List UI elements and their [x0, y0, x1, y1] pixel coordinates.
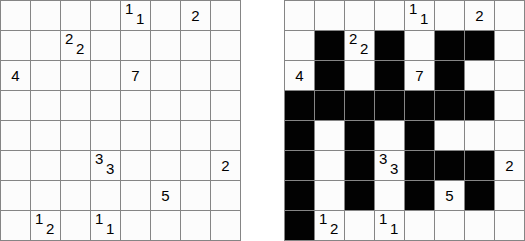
clue-value: 2 [495, 151, 524, 180]
clue-cell: 2 [181, 1, 210, 30]
filled-cell[interactable] [345, 151, 374, 180]
empty-cell[interactable] [1, 121, 30, 150]
empty-cell[interactable] [121, 121, 150, 150]
clue-cell: 11 [375, 211, 404, 240]
empty-cell[interactable] [435, 121, 464, 150]
filled-cell[interactable] [285, 151, 314, 180]
empty-cell[interactable] [211, 1, 240, 30]
empty-cell[interactable] [211, 121, 240, 150]
filled-cell[interactable] [435, 151, 464, 180]
empty-cell[interactable] [31, 1, 60, 30]
empty-cell[interactable] [151, 1, 180, 30]
filled-cell[interactable] [345, 181, 374, 210]
empty-cell[interactable] [495, 211, 524, 240]
clue-cell: 2 [465, 1, 494, 30]
filled-cell[interactable] [375, 61, 404, 90]
clue-value: 1 [319, 213, 327, 224]
empty-cell[interactable] [285, 31, 314, 60]
clue-value: 3 [95, 153, 103, 164]
clue-value: 3 [106, 163, 114, 174]
empty-cell[interactable] [1, 211, 30, 240]
clue-value: 1 [390, 223, 398, 234]
empty-cell[interactable] [61, 91, 90, 120]
empty-cell[interactable] [435, 211, 464, 240]
empty-cell[interactable] [181, 61, 210, 90]
clue-cell: 22 [61, 31, 90, 60]
empty-cell[interactable] [495, 1, 524, 30]
clue-cell: 12 [315, 211, 344, 240]
empty-cell[interactable] [151, 211, 180, 240]
clue-value: 5 [151, 181, 180, 210]
filled-cell[interactable] [285, 211, 314, 240]
clue-value: 1 [106, 223, 114, 234]
empty-cell[interactable] [1, 181, 30, 210]
empty-cell[interactable] [181, 211, 210, 240]
clue-value: 2 [330, 223, 338, 234]
empty-cell[interactable] [435, 1, 464, 30]
empty-cell[interactable] [405, 31, 434, 60]
empty-cell[interactable] [91, 91, 120, 120]
filled-cell[interactable] [405, 121, 434, 150]
clue-value: 3 [390, 163, 398, 174]
empty-cell[interactable] [91, 121, 120, 150]
empty-cell[interactable] [181, 151, 210, 180]
clue-value: 2 [65, 33, 73, 44]
empty-cell[interactable] [181, 121, 210, 150]
filled-cell[interactable] [405, 181, 434, 210]
empty-cell[interactable] [91, 31, 120, 60]
clue-value: 2 [76, 43, 84, 54]
empty-cell[interactable] [31, 181, 60, 210]
clue-value: 7 [405, 61, 434, 90]
empty-cell[interactable] [151, 151, 180, 180]
clue-cell: 2 [211, 151, 240, 180]
clue-value: 2 [465, 1, 494, 30]
filled-cell[interactable] [465, 31, 494, 60]
filled-cell[interactable] [465, 151, 494, 180]
clue-value: 2 [360, 43, 368, 54]
clue-cell: 33 [91, 151, 120, 180]
empty-cell[interactable] [211, 181, 240, 210]
clue-value: 1 [409, 3, 417, 14]
empty-cell[interactable] [285, 1, 314, 30]
empty-cell[interactable] [375, 181, 404, 210]
filled-cell[interactable] [345, 91, 374, 120]
empty-cell[interactable] [121, 31, 150, 60]
clue-value: 2 [181, 1, 210, 30]
filled-cell[interactable] [405, 151, 434, 180]
filled-cell[interactable] [285, 181, 314, 210]
empty-cell[interactable] [91, 61, 120, 90]
empty-cell[interactable] [315, 121, 344, 150]
filled-cell[interactable] [465, 181, 494, 210]
filled-cell[interactable] [345, 121, 374, 150]
empty-cell[interactable] [61, 61, 90, 90]
filled-cell[interactable] [435, 61, 464, 90]
empty-cell[interactable] [465, 121, 494, 150]
clue-value: 1 [379, 213, 387, 224]
clue-cell: 5 [435, 181, 464, 210]
empty-cell[interactable] [315, 1, 344, 30]
filled-cell[interactable] [375, 31, 404, 60]
empty-cell[interactable] [1, 1, 30, 30]
filled-cell[interactable] [315, 91, 344, 120]
empty-cell[interactable] [1, 91, 30, 120]
empty-cell[interactable] [61, 1, 90, 30]
clue-value: 1 [136, 13, 144, 24]
clue-value: 1 [420, 13, 428, 24]
empty-cell[interactable] [151, 61, 180, 90]
empty-cell[interactable] [31, 61, 60, 90]
empty-cell[interactable] [181, 31, 210, 60]
empty-cell[interactable] [375, 1, 404, 30]
clue-cell: 11 [121, 1, 150, 30]
empty-cell[interactable] [345, 1, 374, 30]
empty-cell[interactable] [181, 181, 210, 210]
clue-value: 4 [285, 61, 314, 90]
clue-value: 2 [349, 33, 357, 44]
empty-cell[interactable] [465, 211, 494, 240]
filled-cell[interactable] [285, 121, 314, 150]
clue-cell: 7 [405, 61, 434, 90]
clue-cell: 11 [405, 1, 434, 30]
filled-cell[interactable] [285, 91, 314, 120]
empty-cell[interactable] [121, 151, 150, 180]
empty-cell[interactable] [1, 31, 30, 60]
empty-cell[interactable] [495, 181, 524, 210]
clue-cell: 7 [121, 61, 150, 90]
clue-value: 7 [121, 61, 150, 90]
empty-cell[interactable] [121, 211, 150, 240]
clue-cell: 5 [151, 181, 180, 210]
filled-cell[interactable] [465, 91, 494, 120]
empty-cell[interactable] [315, 181, 344, 210]
solution-board: 112224733251211 [284, 0, 525, 241]
empty-cell[interactable] [31, 31, 60, 60]
empty-cell[interactable] [465, 61, 494, 90]
empty-cell[interactable] [151, 31, 180, 60]
clue-cell: 33 [375, 151, 404, 180]
empty-cell[interactable] [495, 31, 524, 60]
clue-value: 1 [95, 213, 103, 224]
empty-cell[interactable] [211, 61, 240, 90]
empty-cell[interactable] [151, 91, 180, 120]
empty-cell[interactable] [31, 91, 60, 120]
clue-value: 1 [125, 3, 133, 14]
clue-cell: 4 [1, 61, 30, 90]
empty-cell[interactable] [91, 1, 120, 30]
clue-cell: 2 [495, 151, 524, 180]
empty-cell[interactable] [495, 91, 524, 120]
empty-cell[interactable] [345, 61, 374, 90]
empty-cell[interactable] [121, 181, 150, 210]
filled-cell[interactable] [435, 31, 464, 60]
clue-value: 2 [211, 151, 240, 180]
empty-cell[interactable] [375, 121, 404, 150]
empty-cell[interactable] [31, 151, 60, 180]
tapa-boards: 112224733251211 112224733251211 [0, 0, 525, 241]
clue-cell: 11 [91, 211, 120, 240]
clue-value: 3 [379, 153, 387, 164]
empty-cell[interactable] [495, 121, 524, 150]
clue-cell: 4 [285, 61, 314, 90]
empty-cell[interactable] [91, 181, 120, 210]
puzzle-board: 112224733251211 [0, 0, 241, 241]
clue-cell: 22 [345, 31, 374, 60]
empty-cell[interactable] [61, 121, 90, 150]
empty-cell[interactable] [211, 211, 240, 240]
empty-cell[interactable] [181, 91, 210, 120]
empty-cell[interactable] [121, 91, 150, 120]
filled-cell[interactable] [315, 61, 344, 90]
empty-cell[interactable] [61, 211, 90, 240]
clue-cell: 12 [31, 211, 60, 240]
clue-value: 2 [46, 223, 54, 234]
filled-cell[interactable] [375, 91, 404, 120]
empty-cell[interactable] [345, 211, 374, 240]
empty-cell[interactable] [211, 31, 240, 60]
clue-value: 5 [435, 181, 464, 210]
empty-cell[interactable] [315, 151, 344, 180]
empty-cell[interactable] [61, 181, 90, 210]
empty-cell[interactable] [61, 151, 90, 180]
empty-cell[interactable] [211, 91, 240, 120]
filled-cell[interactable] [435, 91, 464, 120]
empty-cell[interactable] [151, 121, 180, 150]
filled-cell[interactable] [405, 91, 434, 120]
empty-cell[interactable] [495, 61, 524, 90]
clue-value: 1 [35, 213, 43, 224]
filled-cell[interactable] [315, 31, 344, 60]
empty-cell[interactable] [1, 151, 30, 180]
clue-value: 4 [1, 61, 30, 90]
empty-cell[interactable] [31, 121, 60, 150]
empty-cell[interactable] [405, 211, 434, 240]
